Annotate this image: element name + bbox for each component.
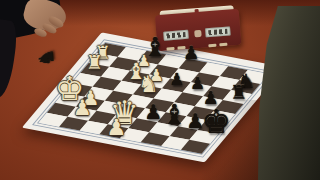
piece-bP-f5[interactable]: ♟	[144, 101, 162, 121]
piece-bB-f6[interactable]: ♝	[162, 100, 186, 127]
piece-wN-d4[interactable]: ♞	[138, 74, 159, 97]
piece-wR-c1[interactable]: ♜	[86, 53, 103, 72]
piece-bN-captured-0[interactable]: ♞	[35, 48, 56, 68]
piece-bP-captured-2[interactable]: ♟	[183, 44, 199, 62]
piece-bK-f8[interactable]: ♚	[201, 105, 231, 138]
piece-wP-h4[interactable]: ♟	[106, 116, 126, 138]
photo-scene: ♜♜♚♟♟♟♝♟♞♛♟♞♜♟♟♟♝♟♟♚♞♝♟	[0, 0, 320, 180]
piece-bP-c5[interactable]: ♟	[170, 72, 185, 89]
piece-wP-g2[interactable]: ♟	[73, 97, 92, 118]
piece-bR-c8[interactable]: ♜	[230, 83, 247, 102]
